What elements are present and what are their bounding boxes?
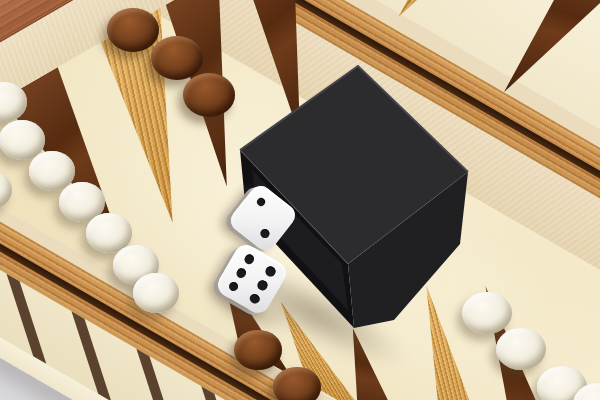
die-pip (243, 253, 256, 266)
die-pip (259, 228, 271, 240)
die-pip (255, 196, 267, 208)
die-1-showing-2[interactable] (227, 182, 300, 255)
die-2-showing-6[interactable] (214, 241, 290, 317)
dice-layer (0, 0, 600, 400)
die-pip (227, 280, 240, 293)
die-pip (264, 265, 277, 278)
backgammon-scene (0, 0, 600, 400)
die-pip (235, 266, 248, 279)
die-pip (248, 292, 261, 305)
die-pip (256, 279, 269, 292)
